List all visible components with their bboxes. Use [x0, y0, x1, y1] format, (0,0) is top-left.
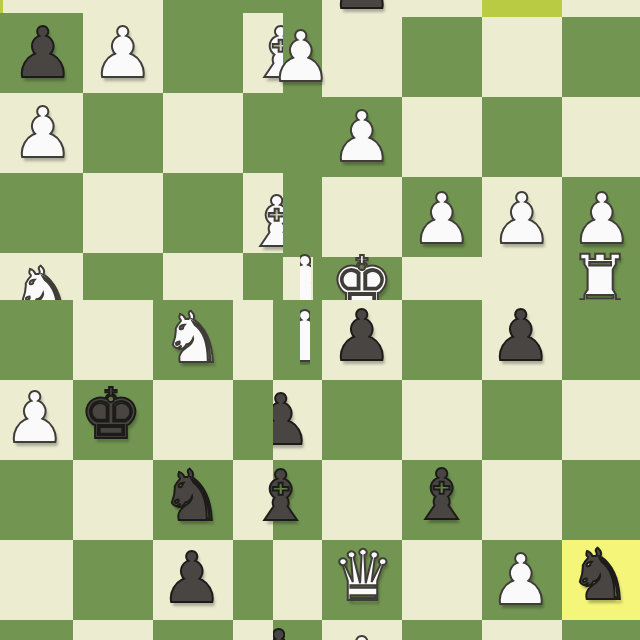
board-square[interactable] — [0, 460, 73, 540]
board-square[interactable] — [402, 620, 482, 640]
piece-white-pawn[interactable]: ♟ — [0, 378, 75, 458]
board-square[interactable] — [73, 460, 153, 540]
piece-black-pawn[interactable]: ♟ — [322, 300, 402, 376]
board-square[interactable] — [163, 93, 243, 173]
piece-white-pawn[interactable]: ♟ — [3, 93, 83, 173]
board-square[interactable] — [322, 380, 402, 460]
piece-clip-region: ♟ — [300, 253, 311, 300]
board-square[interactable] — [233, 300, 273, 380]
board-square[interactable] — [402, 97, 482, 177]
piece-white-fragment-lower[interactable]: ♟ — [300, 308, 310, 365]
board-square[interactable] — [313, 257, 322, 300]
board-square[interactable] — [233, 380, 273, 460]
piece-white-bishop-half[interactable]: ♝ — [237, 182, 283, 262]
board-square[interactable] — [482, 620, 562, 640]
board-square[interactable] — [402, 17, 482, 97]
piece-black-pawn-cut[interactable]: ♟ — [273, 380, 321, 460]
board-square[interactable] — [243, 93, 283, 173]
piece-white-knight[interactable]: ♞ — [153, 300, 233, 378]
board-square[interactable] — [0, 300, 73, 380]
board-square[interactable] — [402, 540, 482, 620]
piece-white-pawn[interactable]: ♟ — [83, 13, 163, 93]
board-square[interactable] — [482, 460, 562, 540]
piece-white-king-cut[interactable]: ♚ — [322, 242, 402, 300]
highlighted-square[interactable] — [482, 0, 562, 17]
piece-white-queen[interactable]: ♛ — [323, 536, 403, 616]
board-square[interactable] — [83, 253, 163, 300]
board-square[interactable] — [73, 540, 153, 620]
board-square[interactable] — [482, 380, 562, 460]
piece-white-pawn[interactable]: ♟ — [402, 179, 482, 259]
piece-black-pawn[interactable]: ♟ — [3, 13, 83, 93]
board-square[interactable] — [283, 97, 322, 177]
board-square[interactable] — [0, 540, 73, 620]
piece-white-pawn[interactable]: ♟ — [322, 97, 402, 177]
board-square[interactable] — [233, 540, 273, 620]
board-square[interactable] — [402, 300, 482, 380]
piece-clip-region: ♟ — [273, 613, 285, 640]
board-square[interactable] — [562, 620, 640, 640]
board-square[interactable] — [322, 460, 402, 540]
piece-black-pawn[interactable]: ♟ — [152, 538, 232, 618]
board-square[interactable] — [153, 380, 233, 460]
board-square[interactable] — [283, 177, 322, 257]
board-square[interactable] — [482, 97, 562, 177]
piece-white-pawn[interactable]: ♟ — [481, 540, 561, 620]
piece-white-knight-head[interactable]: ♞ — [3, 253, 83, 300]
piece-white-fragment-upper[interactable]: ♟ — [300, 253, 311, 300]
board-square[interactable] — [562, 97, 640, 177]
board-square[interactable] — [273, 300, 322, 380]
piece-black-knight[interactable]: ♞ — [152, 456, 232, 536]
board-square[interactable] — [153, 620, 233, 640]
chess-board-collage: ♟♟♝♟♝♞♟♟♟♟♟♚♜♟♞♟♚♞♝♟♟♟♟♝♝♛♟♞♟♟♟♟ — [0, 0, 640, 640]
board-square[interactable] — [163, 0, 243, 13]
piece-black-bishop-left-half[interactable]: ♝ — [241, 456, 273, 536]
board-square[interactable] — [163, 253, 243, 300]
piece-black-pawn[interactable]: ♟ — [481, 300, 561, 376]
piece-clip-region: ♟ — [300, 308, 310, 365]
piece-black-knight-highlighted[interactable]: ♞ — [560, 535, 640, 615]
board-square[interactable] — [73, 300, 153, 380]
board-square[interactable] — [83, 173, 163, 253]
board-square[interactable] — [562, 380, 640, 460]
piece-black-king[interactable]: ♚ — [71, 374, 151, 454]
board-square[interactable] — [283, 0, 322, 17]
piece-black-fragment-bottom[interactable]: ♟ — [273, 616, 285, 640]
board-square[interactable] — [233, 620, 273, 640]
board-square[interactable] — [3, 173, 83, 253]
piece-black-bishop-right-half[interactable]: ♝ — [273, 456, 321, 536]
board-square[interactable] — [562, 0, 640, 17]
board-square[interactable] — [163, 173, 243, 253]
piece-white-pawn-overlap[interactable]: ♟ — [261, 17, 341, 97]
board-square[interactable] — [482, 257, 562, 300]
board-square[interactable] — [83, 93, 163, 173]
piece-black-bishop[interactable]: ♝ — [402, 455, 482, 535]
board-square[interactable] — [402, 380, 482, 460]
board-square[interactable] — [402, 0, 482, 17]
board-square[interactable] — [273, 540, 322, 620]
board-square[interactable] — [482, 17, 562, 97]
board-square[interactable] — [73, 620, 153, 640]
board-square[interactable] — [402, 257, 482, 300]
board-square[interactable] — [562, 300, 640, 380]
piece-white-pawn[interactable]: ♟ — [482, 179, 562, 259]
board-square[interactable] — [562, 17, 640, 97]
board-square[interactable] — [562, 460, 640, 540]
board-square[interactable] — [0, 620, 73, 640]
piece-white-rook-cut[interactable]: ♜ — [560, 241, 640, 300]
piece-white-pawn-top[interactable]: ♟ — [322, 623, 402, 640]
board-square[interactable] — [163, 13, 243, 93]
